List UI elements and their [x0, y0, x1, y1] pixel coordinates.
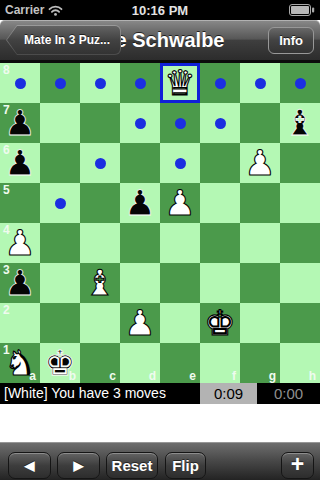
square-e2[interactable]: [160, 303, 200, 343]
file-label-d: d: [149, 369, 156, 383]
piece-black-pawn[interactable]: ♟: [124, 183, 155, 223]
square-b7[interactable]: [40, 103, 80, 143]
square-g1[interactable]: g: [240, 343, 280, 383]
square-c6[interactable]: [80, 143, 120, 183]
chess-board: 8♛7♟♝6♟♟5♟♟4♟3♟♝2♟♚1a♞b♚cdefgh: [0, 63, 320, 383]
legal-move-dot: [255, 78, 266, 89]
square-g2[interactable]: [240, 303, 280, 343]
legal-move-dot: [55, 198, 66, 209]
legal-move-dot: [15, 78, 26, 89]
flip-button[interactable]: Flip: [165, 452, 206, 479]
square-e1[interactable]: e: [160, 343, 200, 383]
square-c1[interactable]: c: [80, 343, 120, 383]
square-h1[interactable]: h: [280, 343, 320, 383]
square-d3[interactable]: [120, 263, 160, 303]
square-f7[interactable]: [200, 103, 240, 143]
square-a4[interactable]: 4♟: [0, 223, 40, 263]
rank-label-6: 6: [3, 143, 10, 157]
square-g5[interactable]: [240, 183, 280, 223]
reset-button[interactable]: Reset: [106, 452, 158, 479]
square-d5[interactable]: ♟: [120, 183, 160, 223]
legal-move-dot: [175, 118, 186, 129]
square-f6[interactable]: [200, 143, 240, 183]
square-e6[interactable]: [160, 143, 200, 183]
square-f8[interactable]: [200, 63, 240, 103]
battery-icon: [289, 4, 315, 16]
square-g7[interactable]: [240, 103, 280, 143]
square-d1[interactable]: d: [120, 343, 160, 383]
nav-bar: Mate In 3 Puz... Die Schwalbe Info: [0, 20, 320, 60]
square-d2[interactable]: ♟: [120, 303, 160, 343]
square-b1[interactable]: b♚: [40, 343, 80, 383]
back-button[interactable]: Mate In 3 Puz...: [6, 25, 121, 55]
file-label-e: e: [189, 369, 196, 383]
legal-move-dot: [295, 78, 306, 89]
square-e8[interactable]: ♛: [160, 63, 200, 103]
file-label-f: f: [232, 369, 236, 383]
piece-white-pawn[interactable]: ♟: [244, 143, 275, 183]
piece-white-queen[interactable]: ♛: [164, 63, 195, 103]
back-button-label[interactable]: Mate In 3 Puz...: [7, 26, 120, 54]
next-move-button[interactable]: ▶: [57, 452, 100, 479]
turn-message: [White] You have 3 moves: [0, 383, 200, 404]
previous-move-button[interactable]: ◀: [8, 452, 51, 479]
square-d4[interactable]: [120, 223, 160, 263]
file-label-c: c: [109, 369, 116, 383]
app-screen: Carrier 10:16 PM Mate In 3 Puz... Die Sc…: [0, 0, 320, 480]
black-clock: 0:00: [257, 383, 320, 404]
piece-white-king[interactable]: ♚: [204, 303, 235, 343]
rank-label-7: 7: [3, 103, 10, 117]
square-b5[interactable]: [40, 183, 80, 223]
square-d6[interactable]: [120, 143, 160, 183]
square-h2[interactable]: [280, 303, 320, 343]
square-b3[interactable]: [40, 263, 80, 303]
square-g3[interactable]: [240, 263, 280, 303]
square-c2[interactable]: [80, 303, 120, 343]
square-c7[interactable]: [80, 103, 120, 143]
square-e5[interactable]: ♟: [160, 183, 200, 223]
square-a3[interactable]: 3♟: [0, 263, 40, 303]
legal-move-dot: [215, 118, 226, 129]
square-h5[interactable]: [280, 183, 320, 223]
square-a7[interactable]: 7♟: [0, 103, 40, 143]
square-e4[interactable]: [160, 223, 200, 263]
legal-move-dot: [135, 118, 146, 129]
legal-move-dot: [95, 158, 106, 169]
info-button[interactable]: Info: [268, 27, 314, 54]
rank-label-2: 2: [3, 303, 10, 317]
wifi-icon: [48, 5, 63, 16]
piece-white-pawn[interactable]: ♟: [164, 183, 195, 223]
square-a5[interactable]: 5: [0, 183, 40, 223]
add-button[interactable]: +: [281, 452, 314, 479]
status-bar: Carrier 10:16 PM: [0, 0, 320, 20]
square-c5[interactable]: [80, 183, 120, 223]
white-clock: 0:09: [200, 383, 257, 404]
square-e3[interactable]: [160, 263, 200, 303]
square-h8[interactable]: [280, 63, 320, 103]
piece-black-bishop[interactable]: ♝: [284, 103, 315, 143]
file-label-b: b: [69, 369, 76, 383]
square-c4[interactable]: [80, 223, 120, 263]
square-b6[interactable]: [40, 143, 80, 183]
square-e7[interactable]: [160, 103, 200, 143]
square-h3[interactable]: [280, 263, 320, 303]
square-d8[interactable]: [120, 63, 160, 103]
square-c8[interactable]: [80, 63, 120, 103]
square-a6[interactable]: 6♟: [0, 143, 40, 183]
square-d7[interactable]: [120, 103, 160, 143]
toolbar: ◀ ▶ Reset Flip +: [0, 442, 320, 480]
square-h7[interactable]: ♝: [280, 103, 320, 143]
square-a2[interactable]: 2: [0, 303, 40, 343]
square-g6[interactable]: ♟: [240, 143, 280, 183]
square-f4[interactable]: [200, 223, 240, 263]
square-f5[interactable]: [200, 183, 240, 223]
status-left: Carrier: [5, 3, 63, 17]
file-label-a: a: [29, 369, 36, 383]
rank-label-3: 3: [3, 263, 10, 277]
legal-move-dot: [55, 78, 66, 89]
rank-label-5: 5: [3, 183, 10, 197]
square-h6[interactable]: [280, 143, 320, 183]
square-g8[interactable]: [240, 63, 280, 103]
message-bar: [White] You have 3 moves 0:09 0:00: [0, 383, 320, 404]
square-b4[interactable]: [40, 223, 80, 263]
square-b8[interactable]: [40, 63, 80, 103]
square-c3[interactable]: ♝: [80, 263, 120, 303]
content-gap: [0, 404, 320, 442]
piece-white-pawn[interactable]: ♟: [124, 303, 155, 343]
square-b2[interactable]: [40, 303, 80, 343]
piece-white-bishop[interactable]: ♝: [84, 263, 115, 303]
legal-move-dot: [95, 78, 106, 89]
legal-move-dot: [135, 78, 146, 89]
square-a1[interactable]: 1a♞: [0, 343, 40, 383]
legal-move-dot: [175, 158, 186, 169]
square-h4[interactable]: [280, 223, 320, 263]
rank-label-8: 8: [3, 63, 10, 77]
status-right: [289, 4, 315, 16]
rank-label-1: 1: [3, 343, 10, 357]
square-f1[interactable]: f: [200, 343, 240, 383]
file-label-g: g: [269, 369, 276, 383]
legal-move-dot: [215, 78, 226, 89]
square-g4[interactable]: [240, 223, 280, 263]
carrier-label: Carrier: [5, 3, 44, 17]
square-a8[interactable]: 8: [0, 63, 40, 103]
square-f2[interactable]: ♚: [200, 303, 240, 343]
rank-label-4: 4: [3, 223, 10, 237]
square-f3[interactable]: [200, 263, 240, 303]
file-label-h: h: [309, 369, 316, 383]
